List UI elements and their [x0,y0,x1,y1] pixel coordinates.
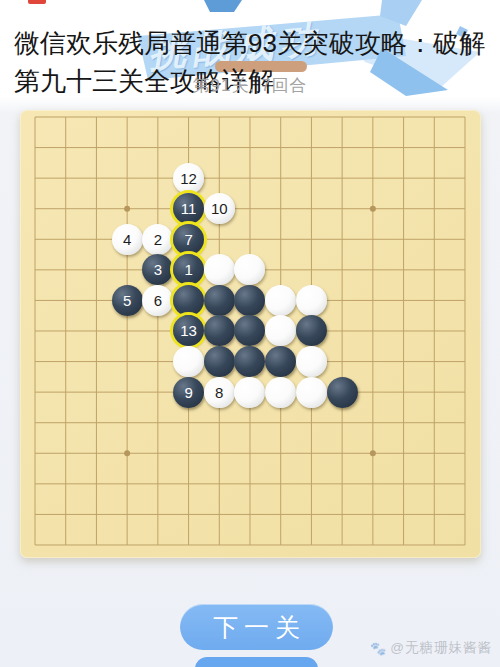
page-background: 挑战成功 微信欢乐残局普通第93关突破攻略：破解第九十三关全攻略详解 第91关,… [0,0,500,667]
stone-move-number: 6 [154,293,162,308]
stone-black-5: 5 [112,285,143,316]
stone-white-10: 10 [204,193,235,224]
stone-move-number: 9 [184,385,192,400]
stone-white-2: 2 [142,224,173,255]
stone-white [234,377,265,408]
stone-move-number: 5 [123,293,131,308]
stone-move-number: 10 [211,201,228,216]
stone-white-8: 8 [204,377,235,408]
stone-white-12: 12 [173,163,204,194]
watermark-text: @无糖珊妹酱酱 [390,639,492,657]
stone-black [173,285,204,316]
next-level-button[interactable]: 下一关 [180,604,333,650]
star-point [124,206,130,212]
stone-white-4: 4 [112,224,143,255]
secondary-button-peek[interactable] [195,657,318,667]
star-point [370,206,376,212]
stone-move-number: 2 [154,232,162,247]
stone-move-number: 11 [181,201,197,216]
stone-white [204,254,235,285]
stone-black-7: 7 [173,224,204,255]
stone-move-number: 12 [180,171,197,186]
stone-move-number: 13 [180,323,197,338]
stone-black [327,377,358,408]
watermark: 🐾 @无糖珊妹酱酱 [370,639,492,657]
star-point [370,450,376,456]
star-point [124,450,130,456]
level-subtitle: 第91关, 7回合 [0,74,500,97]
stone-move-number: 3 [154,262,162,277]
game-board[interactable]: 12111042731561398 [20,110,481,558]
stone-black [204,346,235,377]
stone-white [265,285,296,316]
stone-white [265,377,296,408]
red-corner-mark [28,0,46,4]
stone-white [173,346,204,377]
stone-move-number: 8 [215,385,223,400]
stone-white [296,285,327,316]
stone-black [204,285,235,316]
paw-icon: 🐾 [370,641,387,656]
stone-black-9: 9 [173,377,204,408]
stone-move-number: 7 [184,232,192,247]
stone-white [296,346,327,377]
stone-move-number: 4 [123,232,131,247]
stone-move-number: 1 [184,262,192,277]
stone-white [296,377,327,408]
